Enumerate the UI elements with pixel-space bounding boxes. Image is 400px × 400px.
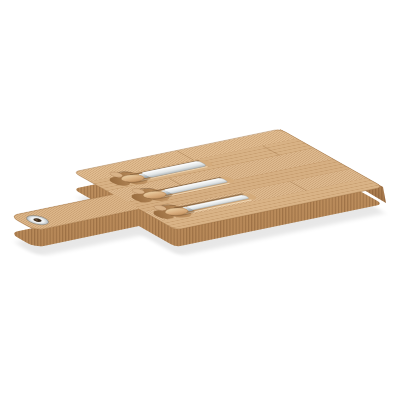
cheese-board-scene — [0, 0, 400, 400]
product-image: Rectangular bamboo paddle serving board … — [0, 0, 400, 400]
